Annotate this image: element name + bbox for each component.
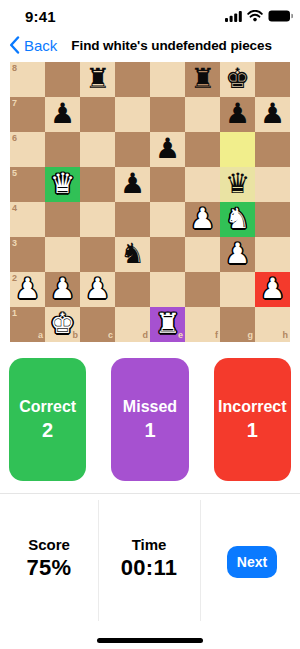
square-h6[interactable] — [255, 132, 290, 167]
square-b2[interactable]: ♟ — [45, 272, 80, 307]
white-pawn[interactable]: ♟ — [225, 240, 250, 268]
square-g4[interactable]: ♞ — [220, 202, 255, 237]
file-label-g: g — [248, 331, 254, 340]
square-d1[interactable]: d — [115, 307, 150, 342]
white-rook[interactable]: ♜ — [155, 310, 180, 338]
rank-label-6: 6 — [12, 134, 17, 143]
square-a2[interactable]: 2♟ — [10, 272, 45, 307]
black-pawn[interactable]: ♟ — [120, 170, 145, 198]
back-button[interactable]: Back — [9, 36, 57, 54]
square-g7[interactable]: ♟ — [220, 97, 255, 132]
status-icons — [225, 10, 293, 22]
black-rook[interactable]: ♜ — [85, 65, 110, 93]
missed-card-count: 1 — [144, 419, 155, 442]
footer-divider — [0, 493, 300, 494]
correct-card-count: 2 — [42, 419, 53, 442]
file-label-f: f — [215, 331, 218, 340]
white-pawn[interactable]: ♟ — [260, 275, 285, 303]
white-queen[interactable]: ♛ — [50, 170, 75, 198]
square-h7[interactable]: ♟ — [255, 97, 290, 132]
file-label-h: h — [283, 331, 289, 340]
correct-card-label: Correct — [19, 398, 76, 416]
square-f5[interactable] — [185, 167, 220, 202]
rank-label-5: 5 — [12, 169, 17, 178]
battery-icon — [268, 10, 293, 22]
black-queen[interactable]: ♛ — [225, 170, 250, 198]
file-label-d: d — [143, 331, 149, 340]
square-b7[interactable]: ♟ — [45, 97, 80, 132]
rank-label-1: 1 — [12, 309, 17, 318]
square-a7[interactable]: 7 — [10, 97, 45, 132]
white-king[interactable]: ♚ — [50, 310, 75, 338]
score-label: Score — [0, 536, 98, 553]
square-c3[interactable] — [80, 237, 115, 272]
square-h5[interactable] — [255, 167, 290, 202]
square-f1[interactable]: f — [185, 307, 220, 342]
white-pawn[interactable]: ♟ — [190, 205, 215, 233]
square-d4[interactable] — [115, 202, 150, 237]
square-a4[interactable]: 4 — [10, 202, 45, 237]
square-e2[interactable] — [150, 272, 185, 307]
square-a5[interactable]: 5 — [10, 167, 45, 202]
correct-card: Correct 2 — [9, 358, 86, 481]
square-c7[interactable] — [80, 97, 115, 132]
clock: 9:41 — [25, 8, 56, 25]
rank-label-4: 4 — [12, 204, 17, 213]
chess-board: 8♜♜♚7♟♟♟6♟5♛♟♛4♟♞3♞♟2♟♟♟♟1ab♚cde♜fgh — [10, 62, 290, 342]
square-e8[interactable] — [150, 62, 185, 97]
black-pawn[interactable]: ♟ — [260, 100, 285, 128]
square-g3[interactable]: ♟ — [220, 237, 255, 272]
square-h4[interactable] — [255, 202, 290, 237]
square-c5[interactable] — [80, 167, 115, 202]
time-value: 00:11 — [98, 555, 200, 581]
square-d6[interactable] — [115, 132, 150, 167]
app-screen: 9:41 Back Find — [0, 0, 300, 649]
square-h8[interactable] — [255, 62, 290, 97]
time-label: Time — [98, 536, 200, 553]
square-e6[interactable]: ♟ — [150, 132, 185, 167]
square-g8[interactable]: ♚ — [220, 62, 255, 97]
square-a3[interactable]: 3 — [10, 237, 45, 272]
square-b8[interactable] — [45, 62, 80, 97]
incorrect-card: Incorrect 1 — [214, 358, 291, 481]
missed-card: Missed 1 — [111, 358, 188, 481]
square-c4[interactable] — [80, 202, 115, 237]
square-e3[interactable] — [150, 237, 185, 272]
black-pawn[interactable]: ♟ — [50, 100, 75, 128]
square-e7[interactable] — [150, 97, 185, 132]
square-d7[interactable] — [115, 97, 150, 132]
missed-card-label: Missed — [123, 398, 177, 416]
file-label-a: a — [38, 331, 43, 340]
square-g6[interactable] — [220, 132, 255, 167]
result-cards: Correct 2 Missed 1 Incorrect 1 — [9, 358, 291, 481]
nav-bar: Back Find white's undefended pieces — [0, 32, 300, 58]
square-b3[interactable] — [45, 237, 80, 272]
square-e1[interactable]: e♜ — [150, 307, 185, 342]
square-f8[interactable]: ♜ — [185, 62, 220, 97]
square-h1[interactable]: h — [255, 307, 290, 342]
rank-label-8: 8 — [12, 64, 17, 73]
square-g1[interactable]: g — [220, 307, 255, 342]
black-knight[interactable]: ♞ — [120, 240, 145, 268]
next-button[interactable]: Next — [227, 546, 277, 578]
home-indicator[interactable] — [97, 638, 203, 643]
white-pawn[interactable]: ♟ — [85, 275, 110, 303]
square-b4[interactable] — [45, 202, 80, 237]
square-h3[interactable] — [255, 237, 290, 272]
square-g2[interactable] — [220, 272, 255, 307]
score-value: 75% — [0, 555, 98, 581]
square-f7[interactable] — [185, 97, 220, 132]
square-c8[interactable]: ♜ — [80, 62, 115, 97]
square-c1[interactable]: c — [80, 307, 115, 342]
square-f2[interactable] — [185, 272, 220, 307]
white-pawn[interactable]: ♟ — [50, 275, 75, 303]
white-pawn[interactable]: ♟ — [15, 275, 40, 303]
cellular-signal-icon — [225, 11, 242, 22]
square-d5[interactable]: ♟ — [115, 167, 150, 202]
status-bar: 9:41 — [0, 0, 300, 30]
file-label-c: c — [108, 331, 113, 340]
square-b6[interactable] — [45, 132, 80, 167]
black-pawn[interactable]: ♟ — [225, 100, 250, 128]
square-a8[interactable]: 8 — [10, 62, 45, 97]
square-f6[interactable] — [185, 132, 220, 167]
square-c2[interactable]: ♟ — [80, 272, 115, 307]
rank-label-3: 3 — [12, 239, 17, 248]
incorrect-card-count: 1 — [247, 419, 258, 442]
square-f3[interactable] — [185, 237, 220, 272]
incorrect-card-label: Incorrect — [218, 398, 286, 416]
square-e4[interactable] — [150, 202, 185, 237]
square-g5[interactable]: ♛ — [220, 167, 255, 202]
square-f4[interactable]: ♟ — [185, 202, 220, 237]
square-h2[interactable]: ♟ — [255, 272, 290, 307]
square-a6[interactable]: 6 — [10, 132, 45, 167]
square-e5[interactable] — [150, 167, 185, 202]
back-button-label: Back — [24, 37, 57, 54]
time-stat: Time 00:11 — [98, 536, 200, 581]
footer-column-divider — [200, 500, 201, 621]
square-d3[interactable]: ♞ — [115, 237, 150, 272]
page-title: Find white's undefended pieces — [71, 38, 272, 53]
square-c6[interactable] — [80, 132, 115, 167]
square-b1[interactable]: b♚ — [45, 307, 80, 342]
square-d2[interactable] — [115, 272, 150, 307]
black-pawn[interactable]: ♟ — [155, 135, 180, 163]
black-king[interactable]: ♚ — [225, 65, 250, 93]
square-d8[interactable] — [115, 62, 150, 97]
chevron-left-icon — [9, 36, 20, 54]
square-a1[interactable]: 1a — [10, 307, 45, 342]
square-b5[interactable]: ♛ — [45, 167, 80, 202]
black-rook[interactable]: ♜ — [190, 65, 215, 93]
white-knight[interactable]: ♞ — [225, 205, 250, 233]
rank-label-7: 7 — [12, 99, 17, 108]
wifi-icon — [247, 10, 263, 22]
score-stat: Score 75% — [0, 536, 98, 581]
